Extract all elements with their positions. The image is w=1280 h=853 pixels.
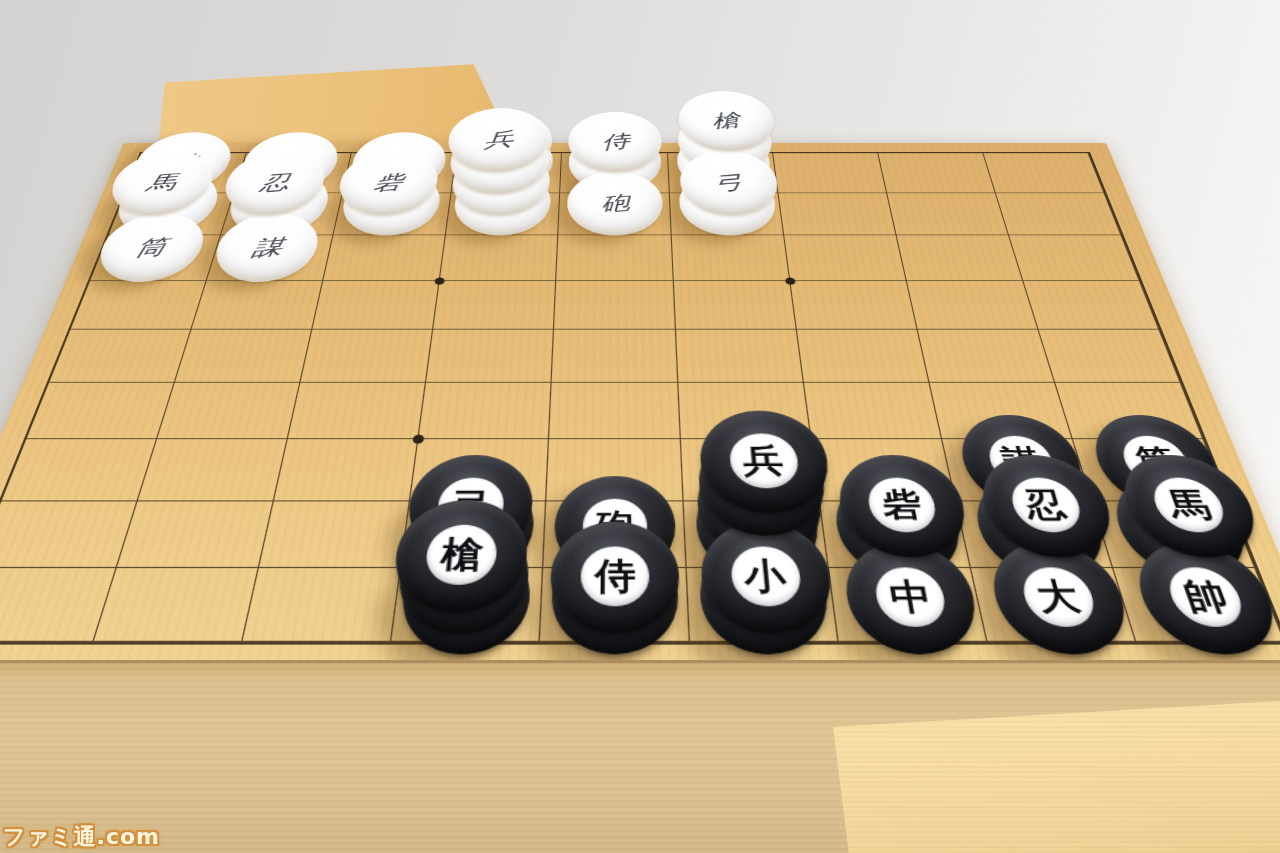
piece-kanji: 槍 [439, 536, 484, 572]
piece-kanji: 大 [1033, 579, 1083, 615]
piece-kanji: 謀 [251, 235, 285, 258]
piece-label-disc: 馬 [1147, 478, 1233, 533]
piece-kanji: 弓 [712, 171, 744, 192]
piece-kanji: 槍 [710, 110, 741, 130]
gungi-piece-white-bo-strategist[interactable]: 謀 [207, 213, 325, 282]
gungi-piece-black-dai-general[interactable]: 大 [982, 543, 1139, 655]
piece-kanji: 帥 [1179, 579, 1233, 615]
wooden-lid [833, 701, 1280, 853]
piece-label-disc: 中 [872, 567, 950, 627]
piece-label-disc: 槍 [424, 525, 499, 585]
piece-kanji: 侍 [600, 131, 629, 151]
gungi-piece-white-ho-cannon[interactable]: 砲 [566, 172, 664, 236]
piece-label-disc: 侍 [580, 546, 650, 606]
piece-kanji: 砦 [373, 171, 404, 192]
piece-label-disc: 兵 [727, 433, 800, 488]
board-plane: 帥大中小侍槍馬忍砦兵砲弓筒謀謀筒弓砲兵砦忍馬槍侍小中大帥 [0, 143, 1280, 671]
piece-kanji: 砲 [600, 192, 630, 214]
gungi-piece-black-chu-general[interactable]: 中 [840, 543, 986, 655]
piece-kanji: 筒 [134, 235, 170, 258]
gungi-piece-white-tsutsu-musket[interactable]: 筒 [88, 213, 212, 282]
piece-label-disc: 小 [729, 546, 803, 606]
piece-label-disc: 帥 [1162, 567, 1251, 627]
piece-kanji: 砦 [879, 488, 925, 521]
pieces-layer: 帥大中小侍槍馬忍砦兵砲弓筒謀謀筒弓砲兵砦忍馬槍侍小中大帥 [0, 143, 1280, 671]
piece-kanji: 忍 [259, 171, 292, 192]
piece-kanji: 侍 [594, 558, 636, 594]
photo-scene: 帥大中小侍槍馬忍砦兵砲弓筒謀謀筒弓砲兵砦忍馬槍侍小中大帥 ファミ通.com [0, 0, 1280, 853]
piece-label-disc: 忍 [1006, 478, 1087, 533]
watermark-text: ファミ通.com [3, 824, 160, 849]
piece-kanji: 中 [887, 579, 934, 615]
piece-kanji: 小 [743, 558, 788, 594]
piece-kanji: 兵 [484, 128, 514, 149]
piece-kanji: 忍 [1021, 488, 1070, 521]
piece-kanji: 馬 [145, 171, 180, 192]
piece-label-disc: 大 [1017, 567, 1100, 627]
piece-kanji: 馬 [1163, 488, 1215, 521]
famitsu-watermark: ファミ通.com [3, 822, 160, 852]
piece-kanji: 兵 [741, 444, 785, 477]
piece-label-disc: 砦 [865, 478, 940, 533]
gungi-piece-black-sui-marshal[interactable]: 帥 [1125, 543, 1280, 655]
